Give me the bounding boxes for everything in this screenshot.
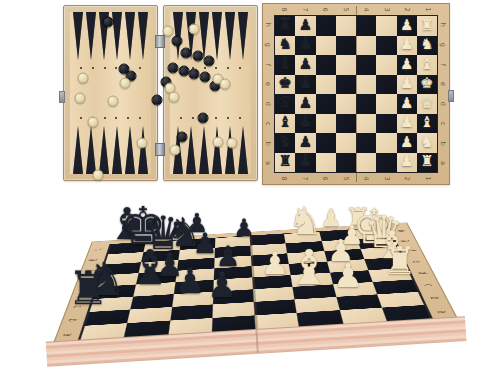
square-b2: ♟: [397, 133, 417, 153]
white-piece: ♞: [420, 135, 433, 150]
coordinate-label: 8: [280, 0, 289, 20]
square-b7: ♟: [295, 133, 315, 153]
black-piece: ♟: [299, 76, 312, 91]
backgammon-point: [212, 12, 222, 60]
square-d5: [336, 94, 356, 114]
point-dot: [104, 117, 106, 119]
black-piece: ♞: [278, 135, 291, 150]
backgammon-point: [125, 12, 135, 60]
square-f5: [336, 55, 356, 75]
square-g3: [376, 36, 396, 56]
square-e5: [336, 75, 356, 95]
black-piece: ♞: [278, 37, 291, 52]
hinge-icon: [155, 143, 165, 156]
black-piece: ♛: [278, 96, 291, 111]
white-checker: [213, 137, 224, 148]
coordinate-label: f: [434, 60, 454, 69]
coordinate-label: g: [434, 40, 454, 49]
black-piece: ♟: [299, 96, 312, 111]
white-piece: ♛: [420, 96, 433, 111]
white-checker: [108, 96, 119, 107]
backgammon-points-bottom-left: [72, 124, 149, 174]
black-checker: [172, 36, 183, 47]
product-photo-canvas: { "game": "chess and backgammon (3-in-1 …: [0, 0, 500, 376]
white-checker: [78, 73, 89, 84]
black-checker: [103, 17, 114, 28]
coordinate-label: 7: [300, 0, 309, 20]
folded-chess-labels-left: hgfedcba: [264, 15, 273, 173]
white-piece: ♟: [400, 115, 413, 130]
point-dot: [115, 67, 117, 69]
white-checker: [170, 145, 181, 156]
coordinate-label: 5: [341, 168, 350, 189]
backgammon-point: [112, 12, 122, 60]
point-dot: [180, 117, 182, 119]
coordinate-label: c: [259, 119, 279, 128]
white-checker: [93, 170, 104, 181]
black-piece: ♟: [299, 57, 312, 72]
black-pawn: ♟: [192, 230, 217, 258]
coordinate-label: 2: [403, 0, 412, 20]
point-dot: [139, 117, 141, 119]
white-piece: ♝: [420, 115, 433, 130]
coordinate-label: 5: [341, 0, 350, 20]
backgammon-right-surface: [170, 12, 251, 174]
black-piece: ♜: [278, 18, 291, 33]
coordinate-label: 6: [321, 0, 330, 20]
backgammon-dots-bottom-right: [175, 117, 246, 119]
square-d2: ♟: [397, 94, 417, 114]
white-piece: ♞: [420, 37, 433, 52]
point-dot: [239, 117, 241, 119]
white-checker: [169, 92, 180, 103]
square-d4: [356, 94, 376, 114]
black-piece: ♝: [278, 115, 291, 130]
white-piece: ♜: [420, 18, 433, 33]
white-checker: [88, 117, 99, 128]
square-e4: [356, 75, 376, 95]
square-f2: ♟: [397, 55, 417, 75]
black-piece: ♜: [278, 154, 291, 169]
black-piece: ♟: [299, 154, 312, 169]
square-c5: [336, 114, 356, 134]
board-fold-seam: [356, 6, 357, 182]
coordinate-label: a: [434, 159, 454, 168]
point-dot: [227, 67, 229, 69]
white-piece: ♝: [420, 57, 433, 72]
square-f7: ♟: [295, 55, 315, 75]
white-piece: ♟: [400, 96, 413, 111]
coordinate-label: e: [259, 80, 279, 89]
clasp-icon: [59, 91, 65, 103]
backgammon-point: [86, 12, 96, 60]
black-pawn: ♟: [175, 265, 205, 298]
white-checker: [75, 93, 86, 104]
point-dot: [80, 117, 82, 119]
square-e2: ♟: [397, 75, 417, 95]
point-dot: [115, 117, 117, 119]
square-g5: [336, 36, 356, 56]
backgammon-point: [199, 126, 209, 174]
backgammon-point: [138, 12, 148, 60]
backgammon-point: [86, 126, 96, 174]
white-piece: ♟: [400, 135, 413, 150]
backgammon-point: [99, 126, 109, 174]
square-d3: [376, 94, 396, 114]
coordinate-label: d: [259, 99, 279, 108]
square-c6: [316, 114, 336, 134]
square-e6: [316, 75, 336, 95]
square-g4: [356, 36, 376, 56]
clasp-icon: [448, 90, 454, 102]
board-fold-seam: [255, 330, 258, 353]
backgammon-dots-bottom-left: [75, 117, 146, 119]
square-g2: ♟: [397, 36, 417, 56]
white-piece: ♟: [400, 76, 413, 91]
black-bishop: ♝: [128, 243, 171, 291]
square-c2: ♟: [397, 114, 417, 134]
black-piece: ♚: [278, 76, 291, 91]
coordinate-label: b: [434, 139, 454, 148]
point-dot: [215, 117, 217, 119]
point-dot: [127, 117, 129, 119]
black-pawn: ♟: [207, 269, 237, 302]
square-b3: [376, 133, 396, 153]
coordinate-label: f: [259, 60, 279, 69]
white-checker: [189, 24, 200, 35]
coordinate-label: 4: [362, 168, 371, 189]
square-c3: [376, 114, 396, 134]
backgammon-point: [186, 126, 196, 174]
backgammon-dots-top-left: [75, 67, 146, 69]
coordinate-label: 2: [403, 168, 412, 189]
folded-chess-labels-right: hgfedcba: [439, 15, 448, 173]
square-f4: [356, 55, 376, 75]
square-c4: [356, 114, 376, 134]
white-piece: ♚: [420, 76, 433, 91]
black-checker: [204, 56, 215, 67]
coordinate-label: e: [434, 80, 454, 89]
coordinate-label: 6: [321, 168, 330, 189]
coordinate-label: h: [434, 20, 454, 29]
point-dot: [80, 67, 82, 69]
square-d6: [316, 94, 336, 114]
black-checker: [152, 95, 163, 106]
coordinate-label: 8: [280, 168, 289, 189]
square-g6: [316, 36, 336, 56]
backgammon-point: [238, 126, 248, 174]
white-rook: ♜: [383, 242, 417, 280]
white-checker: [163, 26, 174, 37]
backgammon-point: [125, 126, 135, 174]
coordinate-label: b: [412, 294, 458, 302]
backgammon-board: [63, 5, 258, 181]
white-checker: [220, 79, 231, 90]
coordinate-label: 4: [362, 0, 371, 20]
white-piece: ♟: [400, 37, 413, 52]
coordinate-label: 1: [423, 0, 432, 20]
square-e7: ♟: [295, 75, 315, 95]
backgammon-point: [73, 126, 83, 174]
black-piece: ♝: [278, 57, 291, 72]
backgammon-point: [73, 12, 83, 60]
white-knight: ♞: [288, 202, 322, 240]
black-checker: [189, 69, 200, 80]
square-b5: [336, 133, 356, 153]
square-f6: [316, 55, 336, 75]
black-pawn: ♟: [233, 216, 255, 240]
black-rook: ♜: [67, 265, 108, 311]
black-checker: [177, 132, 188, 143]
point-dot: [192, 117, 194, 119]
white-piece: ♟: [400, 57, 413, 72]
black-checker: [181, 48, 192, 59]
backgammon-point: [212, 126, 222, 174]
point-dot: [139, 67, 141, 69]
black-checker: [168, 63, 179, 74]
coordinate-label: h: [259, 20, 279, 29]
folded-chess-board: ♜♟♟♜♞♟♟♞♝♟♟♝♚♟♟♚♛♟♟♛♝♟♟♝♞♟♟♞♜♟♟♜ 8765432…: [262, 3, 450, 185]
coordinate-label: b: [259, 139, 279, 148]
square-e3: [376, 75, 396, 95]
coordinate-label: 7: [300, 168, 309, 189]
point-dot: [104, 67, 106, 69]
coordinate-label: 3: [382, 0, 391, 20]
coordinate-label: g: [259, 40, 279, 49]
square-f3: [376, 55, 396, 75]
black-checker: [198, 113, 209, 124]
point-dot: [92, 67, 94, 69]
square-c7: ♟: [295, 114, 315, 134]
white-pawn: ♟: [261, 248, 289, 279]
square-g7: ♟: [295, 36, 315, 56]
square-d7: ♟: [295, 94, 315, 114]
backgammon-point: [112, 126, 122, 174]
coordinate-label: c: [434, 119, 454, 128]
black-piece: ♟: [299, 37, 312, 52]
black-piece: ♟: [299, 115, 312, 130]
point-dot: [204, 67, 206, 69]
square-b4: [356, 133, 376, 153]
white-pawn: ♟: [333, 259, 363, 292]
black-piece: ♟: [299, 135, 312, 150]
white-bishop: ♝: [287, 243, 330, 291]
coordinate-label: 3: [382, 168, 391, 189]
coordinate-label: 1: [423, 168, 432, 189]
hinge-icon: [155, 35, 165, 48]
backgammon-point: [225, 126, 235, 174]
white-pawn: ♟: [320, 206, 342, 230]
backgammon-point: [238, 12, 248, 60]
white-checker: [120, 78, 131, 89]
white-checker: [137, 138, 148, 149]
white-piece: ♟: [400, 18, 413, 33]
point-dot: [227, 117, 229, 119]
point-dot: [215, 67, 217, 69]
square-b6: [316, 133, 336, 153]
backgammon-point: [225, 12, 235, 60]
coordinate-label: a: [259, 159, 279, 168]
black-checker: [193, 51, 204, 62]
white-piece: ♟: [400, 154, 413, 169]
point-dot: [239, 67, 241, 69]
white-checker: [227, 138, 238, 149]
black-checker: [200, 72, 211, 83]
white-piece: ♜: [420, 154, 433, 169]
backgammon-point: [138, 126, 148, 174]
black-piece: ♟: [299, 18, 312, 33]
